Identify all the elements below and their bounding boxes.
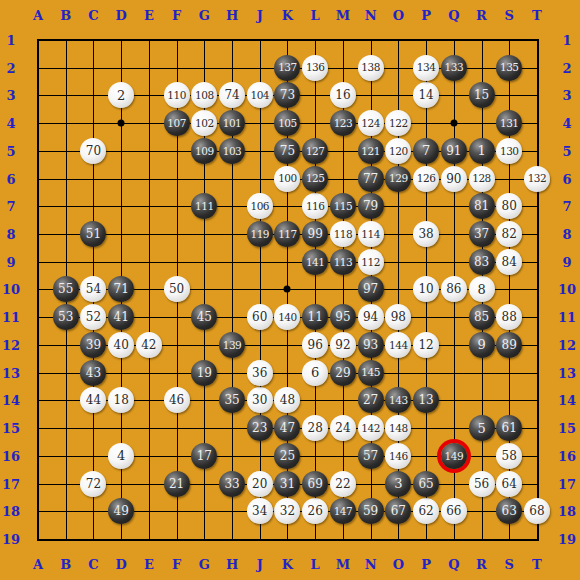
white-stone-96: 96 <box>302 332 328 358</box>
hoshi-point-D4 <box>118 120 125 127</box>
white-stone-92: 92 <box>330 332 356 358</box>
column-label-top-M: M <box>336 8 350 23</box>
black-stone-93: 93 <box>358 332 384 358</box>
black-stone-5: 5 <box>469 415 495 441</box>
black-stone-35: 35 <box>219 387 245 413</box>
black-stone-67: 67 <box>385 498 411 524</box>
white-stone-94: 94 <box>358 304 384 330</box>
row-label-right-3: 3 <box>562 88 571 103</box>
row-label-left-13: 13 <box>2 365 20 380</box>
white-stone-148: 148 <box>385 415 411 441</box>
white-stone-48: 48 <box>274 387 300 413</box>
row-label-right-15: 15 <box>558 421 576 436</box>
column-label-top-C: C <box>88 8 98 23</box>
row-label-right-17: 17 <box>558 476 576 491</box>
column-label-bottom-B: B <box>60 557 71 572</box>
column-label-bottom-G: G <box>199 557 210 572</box>
white-stone-88: 88 <box>496 304 522 330</box>
white-stone-4: 4 <box>108 443 134 469</box>
column-label-bottom-A: A <box>33 557 43 572</box>
column-label-top-H: H <box>226 8 238 23</box>
black-stone-47: 47 <box>274 415 300 441</box>
white-stone-64: 64 <box>496 471 522 497</box>
black-stone-69: 69 <box>302 471 328 497</box>
row-label-right-6: 6 <box>562 171 571 186</box>
black-stone-141: 141 <box>302 249 328 275</box>
black-stone-31: 31 <box>274 471 300 497</box>
white-stone-102: 102 <box>191 110 217 136</box>
hoshi-point-Q4 <box>450 120 457 127</box>
row-label-left-1: 1 <box>6 33 15 48</box>
white-stone-60: 60 <box>247 304 273 330</box>
black-stone-57: 57 <box>358 443 384 469</box>
black-stone-61: 61 <box>496 415 522 441</box>
black-stone-21: 21 <box>164 471 190 497</box>
row-label-right-14: 14 <box>558 393 576 408</box>
row-label-left-12: 12 <box>2 337 20 352</box>
black-stone-59: 59 <box>358 498 384 524</box>
white-stone-120: 120 <box>385 138 411 164</box>
white-stone-68: 68 <box>524 498 550 524</box>
white-stone-122: 122 <box>385 110 411 136</box>
white-stone-26: 26 <box>302 498 328 524</box>
black-stone-103: 103 <box>219 138 245 164</box>
white-stone-86: 86 <box>441 276 467 302</box>
black-stone-131: 131 <box>496 110 522 136</box>
row-label-right-4: 4 <box>562 116 571 131</box>
column-label-bottom-M: M <box>336 557 350 572</box>
black-stone-77: 77 <box>358 166 384 192</box>
white-stone-46: 46 <box>164 387 190 413</box>
white-stone-118: 118 <box>330 221 356 247</box>
white-stone-114: 114 <box>358 221 384 247</box>
row-label-left-18: 18 <box>2 504 20 519</box>
column-label-top-P: P <box>421 8 431 23</box>
column-label-top-A: A <box>33 8 43 23</box>
column-label-bottom-H: H <box>226 557 238 572</box>
white-stone-38: 38 <box>413 221 439 247</box>
white-stone-98: 98 <box>385 304 411 330</box>
column-label-bottom-O: O <box>393 557 404 572</box>
row-label-left-16: 16 <box>2 448 20 463</box>
white-stone-10: 10 <box>413 276 439 302</box>
black-stone-139: 139 <box>219 332 245 358</box>
black-stone-1: 1 <box>469 138 495 164</box>
go-board[interactable]: AABBCCDDEEFFGGHHJJKKLLMMNNOOPPQQRRSSTT11… <box>0 0 580 580</box>
black-stone-43: 43 <box>80 360 106 386</box>
white-stone-50: 50 <box>164 276 190 302</box>
white-stone-44: 44 <box>80 387 106 413</box>
black-stone-39: 39 <box>80 332 106 358</box>
black-stone-45: 45 <box>191 304 217 330</box>
black-stone-75: 75 <box>274 138 300 164</box>
row-label-right-1: 1 <box>562 33 571 48</box>
white-stone-22: 22 <box>330 471 356 497</box>
column-label-bottom-L: L <box>311 557 320 572</box>
black-stone-121: 121 <box>358 138 384 164</box>
black-stone-51: 51 <box>80 221 106 247</box>
black-stone-27: 27 <box>358 387 384 413</box>
go-board-diagram: AABBCCDDEEFFGGHHJJKKLLMMNNOOPPQQRRSSTT11… <box>0 0 580 580</box>
row-label-left-19: 19 <box>2 531 20 546</box>
row-label-left-10: 10 <box>2 282 20 297</box>
row-label-right-19: 19 <box>558 531 576 546</box>
column-label-top-N: N <box>365 8 377 23</box>
column-label-bottom-S: S <box>505 557 514 572</box>
black-stone-83: 83 <box>469 249 495 275</box>
white-stone-54: 54 <box>80 276 106 302</box>
white-stone-34: 34 <box>247 498 273 524</box>
column-label-bottom-N: N <box>365 557 377 572</box>
white-stone-132: 132 <box>524 166 550 192</box>
row-label-left-2: 2 <box>6 60 15 75</box>
column-label-bottom-E: E <box>144 557 154 572</box>
column-label-top-G: G <box>199 8 210 23</box>
black-stone-55: 55 <box>53 276 79 302</box>
black-stone-11: 11 <box>302 304 328 330</box>
black-stone-49: 49 <box>108 498 134 524</box>
white-stone-124: 124 <box>358 110 384 136</box>
black-stone-101: 101 <box>219 110 245 136</box>
white-stone-130: 130 <box>496 138 522 164</box>
black-stone-63: 63 <box>496 498 522 524</box>
row-label-right-13: 13 <box>558 365 576 380</box>
black-stone-129: 129 <box>385 166 411 192</box>
black-stone-25: 25 <box>274 443 300 469</box>
row-label-right-8: 8 <box>562 227 571 242</box>
column-label-bottom-K: K <box>282 557 293 572</box>
column-label-top-S: S <box>505 8 514 23</box>
white-stone-108: 108 <box>191 82 217 108</box>
white-stone-100: 100 <box>274 166 300 192</box>
row-label-right-2: 2 <box>562 60 571 75</box>
row-label-left-15: 15 <box>2 421 20 436</box>
white-stone-116: 116 <box>302 193 328 219</box>
white-stone-20: 20 <box>247 471 273 497</box>
black-stone-7: 7 <box>413 138 439 164</box>
column-label-top-E: E <box>144 8 154 23</box>
white-stone-2: 2 <box>108 82 134 108</box>
white-stone-30: 30 <box>247 387 273 413</box>
white-stone-138: 138 <box>358 55 384 81</box>
row-label-left-9: 9 <box>6 254 15 269</box>
black-stone-113: 113 <box>330 249 356 275</box>
white-stone-16: 16 <box>330 82 356 108</box>
white-stone-40: 40 <box>108 332 134 358</box>
column-label-top-D: D <box>116 8 127 23</box>
black-stone-99: 99 <box>302 221 328 247</box>
column-label-bottom-Q: Q <box>448 557 459 572</box>
white-stone-110: 110 <box>164 82 190 108</box>
white-stone-14: 14 <box>413 82 439 108</box>
black-stone-123: 123 <box>330 110 356 136</box>
white-stone-56: 56 <box>469 471 495 497</box>
column-label-top-J: J <box>257 8 263 23</box>
column-label-top-B: B <box>60 8 71 23</box>
column-label-bottom-R: R <box>476 557 487 572</box>
black-stone-13: 13 <box>413 387 439 413</box>
white-stone-52: 52 <box>80 304 106 330</box>
row-label-left-17: 17 <box>2 476 20 491</box>
black-stone-135: 135 <box>496 55 522 81</box>
column-label-bottom-P: P <box>421 557 431 572</box>
black-stone-107: 107 <box>164 110 190 136</box>
black-stone-143: 143 <box>385 387 411 413</box>
white-stone-42: 42 <box>136 332 162 358</box>
white-stone-140: 140 <box>274 304 300 330</box>
black-stone-91: 91 <box>441 138 467 164</box>
black-stone-115: 115 <box>330 193 356 219</box>
white-stone-66: 66 <box>441 498 467 524</box>
hoshi-point-K10 <box>284 286 291 293</box>
column-label-bottom-C: C <box>88 557 98 572</box>
white-stone-90: 90 <box>441 166 467 192</box>
black-stone-95: 95 <box>330 304 356 330</box>
white-stone-24: 24 <box>330 415 356 441</box>
column-label-top-L: L <box>311 8 320 23</box>
black-stone-65: 65 <box>413 471 439 497</box>
black-stone-79: 79 <box>358 193 384 219</box>
black-stone-109: 109 <box>191 138 217 164</box>
black-stone-111: 111 <box>191 193 217 219</box>
row-label-left-8: 8 <box>6 227 15 242</box>
white-stone-104: 104 <box>247 82 273 108</box>
row-label-right-5: 5 <box>562 143 571 158</box>
black-stone-117: 117 <box>274 221 300 247</box>
white-stone-144: 144 <box>385 332 411 358</box>
column-label-bottom-T: T <box>532 557 542 572</box>
white-stone-80: 80 <box>496 193 522 219</box>
column-label-top-T: T <box>532 8 542 23</box>
white-stone-74: 74 <box>219 82 245 108</box>
white-stone-128: 128 <box>469 166 495 192</box>
row-label-left-6: 6 <box>6 171 15 186</box>
row-label-right-10: 10 <box>558 282 576 297</box>
column-label-top-O: O <box>393 8 404 23</box>
black-stone-33: 33 <box>219 471 245 497</box>
black-stone-73: 73 <box>274 82 300 108</box>
column-label-bottom-D: D <box>116 557 127 572</box>
white-stone-72: 72 <box>80 471 106 497</box>
black-stone-85: 85 <box>469 304 495 330</box>
black-stone-9: 9 <box>469 332 495 358</box>
black-stone-147: 147 <box>330 498 356 524</box>
white-stone-62: 62 <box>413 498 439 524</box>
column-label-top-Q: Q <box>448 8 459 23</box>
black-stone-119: 119 <box>247 221 273 247</box>
row-label-right-18: 18 <box>558 504 576 519</box>
row-label-left-14: 14 <box>2 393 20 408</box>
black-stone-133: 133 <box>441 55 467 81</box>
white-stone-6: 6 <box>302 360 328 386</box>
white-stone-146: 146 <box>385 443 411 469</box>
white-stone-58: 58 <box>496 443 522 469</box>
column-label-top-R: R <box>476 8 487 23</box>
black-stone-127: 127 <box>302 138 328 164</box>
white-stone-126: 126 <box>413 166 439 192</box>
row-label-left-4: 4 <box>6 116 15 131</box>
black-stone-81: 81 <box>469 193 495 219</box>
row-label-left-5: 5 <box>6 143 15 158</box>
black-stone-105: 105 <box>274 110 300 136</box>
row-label-right-16: 16 <box>558 448 576 463</box>
black-stone-125: 125 <box>302 166 328 192</box>
white-stone-142: 142 <box>358 415 384 441</box>
black-stone-89: 89 <box>496 332 522 358</box>
black-stone-19: 19 <box>191 360 217 386</box>
row-label-left-11: 11 <box>2 310 20 325</box>
grid-line-horizontal <box>38 373 537 374</box>
white-stone-82: 82 <box>496 221 522 247</box>
black-stone-3: 3 <box>385 471 411 497</box>
row-label-right-7: 7 <box>562 199 571 214</box>
white-stone-36: 36 <box>247 360 273 386</box>
black-stone-145: 145 <box>358 360 384 386</box>
white-stone-84: 84 <box>496 249 522 275</box>
white-stone-112: 112 <box>358 249 384 275</box>
white-stone-18: 18 <box>108 387 134 413</box>
black-stone-137: 137 <box>274 55 300 81</box>
black-stone-53: 53 <box>53 304 79 330</box>
row-label-right-12: 12 <box>558 337 576 352</box>
black-stone-29: 29 <box>330 360 356 386</box>
white-stone-134: 134 <box>413 55 439 81</box>
column-label-top-F: F <box>172 8 181 23</box>
row-label-right-11: 11 <box>558 310 576 325</box>
row-label-right-9: 9 <box>562 254 571 269</box>
column-label-bottom-J: J <box>257 557 263 572</box>
black-stone-37: 37 <box>469 221 495 247</box>
black-stone-17: 17 <box>191 443 217 469</box>
white-stone-8: 8 <box>469 276 495 302</box>
white-stone-106: 106 <box>247 193 273 219</box>
row-label-left-7: 7 <box>6 199 15 214</box>
white-stone-28: 28 <box>302 415 328 441</box>
black-stone-97: 97 <box>358 276 384 302</box>
white-stone-32: 32 <box>274 498 300 524</box>
black-stone-23: 23 <box>247 415 273 441</box>
column-label-top-K: K <box>282 8 293 23</box>
column-label-bottom-F: F <box>172 557 181 572</box>
row-label-left-3: 3 <box>6 88 15 103</box>
grid-line-vertical <box>315 40 316 539</box>
black-stone-41: 41 <box>108 304 134 330</box>
black-stone-149-last-move-marker: 149 <box>441 443 467 469</box>
black-stone-15: 15 <box>469 82 495 108</box>
white-stone-136: 136 <box>302 55 328 81</box>
white-stone-12: 12 <box>413 332 439 358</box>
white-stone-70: 70 <box>80 138 106 164</box>
black-stone-71: 71 <box>108 276 134 302</box>
